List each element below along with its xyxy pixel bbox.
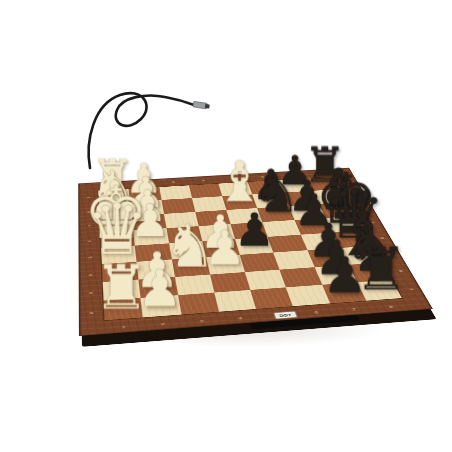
file-label-right-b: b <box>398 269 404 272</box>
file-label-left-g: g <box>87 210 91 213</box>
square-d3[interactable] <box>169 241 206 259</box>
square-a1[interactable] <box>104 298 143 321</box>
square-a3[interactable] <box>178 292 219 314</box>
square-d8[interactable] <box>333 230 374 248</box>
file-label-right-d: d <box>379 236 384 239</box>
cable-wire <box>89 93 194 168</box>
rank-label-near-3: 3 <box>199 319 204 323</box>
file-label-right-g: g <box>355 193 360 196</box>
square-c1[interactable] <box>102 262 139 282</box>
square-b7[interactable] <box>314 265 357 285</box>
rank-label-near-1: 1 <box>121 325 125 329</box>
square-d2[interactable] <box>135 243 171 262</box>
square-b8[interactable] <box>348 262 391 282</box>
dgt-logo: DGT <box>273 311 298 319</box>
board-grid <box>98 176 404 321</box>
square-a6[interactable] <box>286 285 330 307</box>
square-c3[interactable] <box>171 257 209 277</box>
rank-label-far-6: 6 <box>261 176 265 178</box>
square-a7[interactable] <box>322 282 366 303</box>
square-d4[interactable] <box>202 239 240 257</box>
rank-label-near-8: 8 <box>388 305 394 309</box>
file-label-left-f: f <box>88 224 90 227</box>
cable-connector-icon <box>193 101 210 109</box>
rank-label-near-6: 6 <box>314 310 319 314</box>
square-d5[interactable] <box>235 237 274 255</box>
rank-label-near-7: 7 <box>351 308 356 312</box>
rank-label-far-1: 1 <box>111 184 114 186</box>
square-b3[interactable] <box>174 274 214 295</box>
rank-label-near-4: 4 <box>238 316 243 320</box>
square-c2[interactable] <box>137 260 175 280</box>
file-label-left-d: d <box>88 256 92 259</box>
file-label-left-c: c <box>89 273 93 276</box>
file-label-left-b: b <box>89 291 93 295</box>
chess-board: DGT 1122334455667788aabbccddeeffgghh ♜♟♟… <box>78 168 433 336</box>
file-label-right-c: c <box>388 252 393 255</box>
square-b4[interactable] <box>210 272 250 293</box>
square-c4[interactable] <box>206 255 245 274</box>
square-d1[interactable] <box>101 246 137 265</box>
rank-label-far-7: 7 <box>290 174 294 176</box>
rank-label-near-5: 5 <box>276 313 281 317</box>
rank-label-far-8: 8 <box>319 172 323 174</box>
square-c8[interactable] <box>340 246 382 265</box>
square-e2[interactable] <box>133 228 168 245</box>
file-label-right-f: f <box>363 207 366 210</box>
square-b2[interactable] <box>139 277 178 298</box>
square-c5[interactable] <box>240 253 280 272</box>
rank-label-far-2: 2 <box>141 183 144 185</box>
usb-cable <box>66 84 242 180</box>
file-label-right-h: h <box>347 181 351 183</box>
square-a8[interactable] <box>357 280 402 301</box>
square-a4[interactable] <box>214 290 256 312</box>
square-c7[interactable] <box>307 248 348 267</box>
file-label-right-e: e <box>371 221 376 224</box>
file-label-left-e: e <box>88 240 91 243</box>
dgt-logo-text: DGT <box>279 313 293 318</box>
rank-label-near-2: 2 <box>161 322 165 326</box>
square-a2[interactable] <box>141 295 181 317</box>
square-b1[interactable] <box>103 279 141 300</box>
square-e3[interactable] <box>166 226 202 243</box>
board-frame: DGT 1122334455667788aabbccddeeffgghh <box>78 168 433 336</box>
file-label-left-h: h <box>87 196 90 199</box>
square-e1[interactable] <box>100 230 135 248</box>
square-c6[interactable] <box>274 250 315 269</box>
square-a5[interactable] <box>250 287 293 309</box>
file-label-left-a: a <box>90 311 94 315</box>
product-photo-page: { "game": "chess", "position": { "fen": … <box>0 0 452 452</box>
file-label-right-a: a <box>409 287 414 291</box>
square-b6[interactable] <box>280 267 322 287</box>
square-b5[interactable] <box>245 269 286 289</box>
rank-label-far-3: 3 <box>172 181 175 183</box>
